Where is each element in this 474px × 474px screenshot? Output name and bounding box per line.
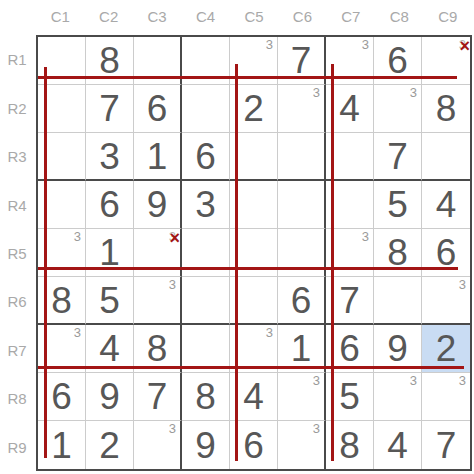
cell-r2c9[interactable]: 8 <box>422 85 470 133</box>
pencil-mark: 3 <box>313 422 320 435</box>
cell-r2c6[interactable]: 3 <box>278 85 326 133</box>
cell-r6c6[interactable]: 6 <box>278 277 326 325</box>
digit: 1 <box>99 234 120 271</box>
cell-r4c4[interactable]: 3 <box>182 181 230 229</box>
digit: 7 <box>387 138 408 175</box>
digit: 7 <box>339 282 360 319</box>
col-label-c8: C8 <box>390 8 409 25</box>
cell-r6c8[interactable] <box>374 277 422 325</box>
digit: 3 <box>99 138 120 175</box>
digit: 9 <box>147 186 168 223</box>
cell-r2c3[interactable]: 6 <box>134 85 182 133</box>
pencil-mark: 3 <box>410 86 417 99</box>
digit: 8 <box>99 42 120 79</box>
chain-line <box>235 64 238 461</box>
digit: 9 <box>387 330 408 367</box>
chain-line <box>38 267 458 270</box>
elimination-cross-icon: × <box>169 229 180 247</box>
pencil-mark: 3 <box>74 230 81 243</box>
row-label-r4: R4 <box>7 196 26 213</box>
cell-r6c9[interactable]: 3 <box>422 277 470 325</box>
digit: 6 <box>339 330 360 367</box>
chain-line <box>331 64 334 461</box>
pencil-mark: 3 <box>410 374 417 387</box>
col-label-c1: C1 <box>51 8 70 25</box>
pencil-mark: 3 <box>169 422 176 435</box>
cell-r9c2[interactable]: 2 <box>86 421 134 469</box>
cell-r3c2[interactable]: 3 <box>86 133 134 181</box>
digit: 5 <box>99 282 120 319</box>
cell-r8c2[interactable]: 9 <box>86 373 134 421</box>
cell-r8c4[interactable]: 8 <box>182 373 230 421</box>
digit: 7 <box>291 42 312 79</box>
pencil-mark: 3 <box>459 374 466 387</box>
cell-r8c3[interactable]: 7 <box>134 373 182 421</box>
cell-r3c9[interactable] <box>422 133 470 181</box>
chain-line <box>44 67 47 458</box>
cell-r8c6[interactable]: 3 <box>278 373 326 421</box>
row-label-r8: R8 <box>7 390 26 407</box>
cell-r2c8[interactable]: 3 <box>374 85 422 133</box>
digit: 6 <box>51 378 72 415</box>
col-label-c7: C7 <box>341 8 360 25</box>
pencil-mark: 3 <box>362 230 369 243</box>
digit: 2 <box>243 90 264 127</box>
cell-r3c3[interactable]: 1 <box>134 133 182 181</box>
pencil-mark: 3 <box>266 38 273 51</box>
cell-r9c3[interactable]: 3 <box>134 421 182 469</box>
chain-line <box>38 366 464 369</box>
digit: 6 <box>436 234 457 271</box>
digit: 4 <box>339 90 360 127</box>
col-label-c3: C3 <box>148 8 167 25</box>
pencil-mark: 3 <box>459 278 466 291</box>
digit: 3 <box>195 186 216 223</box>
digit: 9 <box>99 378 120 415</box>
digit: 4 <box>387 427 408 464</box>
col-label-c5: C5 <box>244 8 263 25</box>
cell-r8c9[interactable]: 3 <box>422 373 470 421</box>
digit: 6 <box>99 186 120 223</box>
digit: 4 <box>243 378 264 415</box>
digit: 4 <box>436 186 457 223</box>
cell-r6c2[interactable]: 5 <box>86 277 134 325</box>
digit: 1 <box>291 330 312 367</box>
pencil-mark: 3 <box>74 326 81 339</box>
digit: 6 <box>387 42 408 79</box>
cell-r4c8[interactable]: 5 <box>374 181 422 229</box>
cell-r4c3[interactable]: 9 <box>134 181 182 229</box>
digit: 1 <box>51 427 72 464</box>
row-label-r5: R5 <box>7 245 26 262</box>
row-label-r3: R3 <box>7 148 26 165</box>
cell-r9c4[interactable]: 9 <box>182 421 230 469</box>
digit: 6 <box>195 138 216 175</box>
row-label-r2: R2 <box>7 99 26 116</box>
pencil-mark: 3 <box>266 326 273 339</box>
cell-r3c4[interactable]: 6 <box>182 133 230 181</box>
cell-r2c4[interactable] <box>182 85 230 133</box>
row-label-r6: R6 <box>7 293 26 310</box>
col-label-c9: C9 <box>438 8 457 25</box>
cell-r9c6[interactable]: 3 <box>278 421 326 469</box>
row-label-r1: R1 <box>7 51 26 68</box>
col-label-c4: C4 <box>196 8 215 25</box>
cell-r6c3[interactable]: 3 <box>134 277 182 325</box>
chain-line <box>38 76 457 79</box>
digit: 5 <box>339 378 360 415</box>
cell-r6c4[interactable] <box>182 277 230 325</box>
digit: 8 <box>195 378 216 415</box>
elimination-cross-icon: × <box>459 37 470 55</box>
digit: 8 <box>147 330 168 367</box>
row-label-r9: R9 <box>7 438 26 455</box>
pencil-mark: 3 <box>313 86 320 99</box>
cell-r3c8[interactable]: 7 <box>374 133 422 181</box>
digit: 2 <box>99 427 120 464</box>
sudoku-board: 837363×7623438316769354313×3868536733483… <box>36 35 472 471</box>
digit: 7 <box>99 90 120 127</box>
digit: 4 <box>99 330 120 367</box>
digit: 5 <box>387 186 408 223</box>
digit: 6 <box>147 90 168 127</box>
col-label-c2: C2 <box>99 8 118 25</box>
cell-r4c2[interactable]: 6 <box>86 181 134 229</box>
cell-r3c6[interactable] <box>278 133 326 181</box>
digit: 8 <box>339 427 360 464</box>
cell-r4c6[interactable] <box>278 181 326 229</box>
digit: 7 <box>147 378 168 415</box>
cell-r9c8[interactable]: 4 <box>374 421 422 469</box>
pencil-mark: 3 <box>313 374 320 387</box>
digit: 6 <box>243 427 264 464</box>
digit: 8 <box>387 234 408 271</box>
pencil-mark: 3 <box>169 278 176 291</box>
cell-r4c9[interactable]: 4 <box>422 181 470 229</box>
digit: 8 <box>436 90 457 127</box>
digit: 2 <box>436 330 457 367</box>
row-label-r7: R7 <box>7 341 26 358</box>
digit: 9 <box>195 427 216 464</box>
col-label-c6: C6 <box>293 8 312 25</box>
digit: 8 <box>51 282 72 319</box>
cell-r9c9[interactable]: 7 <box>422 421 470 469</box>
cell-r2c2[interactable]: 7 <box>86 85 134 133</box>
pencil-mark: 3 <box>362 38 369 51</box>
digit: 1 <box>147 138 168 175</box>
digit: 6 <box>291 282 312 319</box>
digit: 7 <box>436 427 457 464</box>
cell-r8c8[interactable]: 3 <box>374 373 422 421</box>
